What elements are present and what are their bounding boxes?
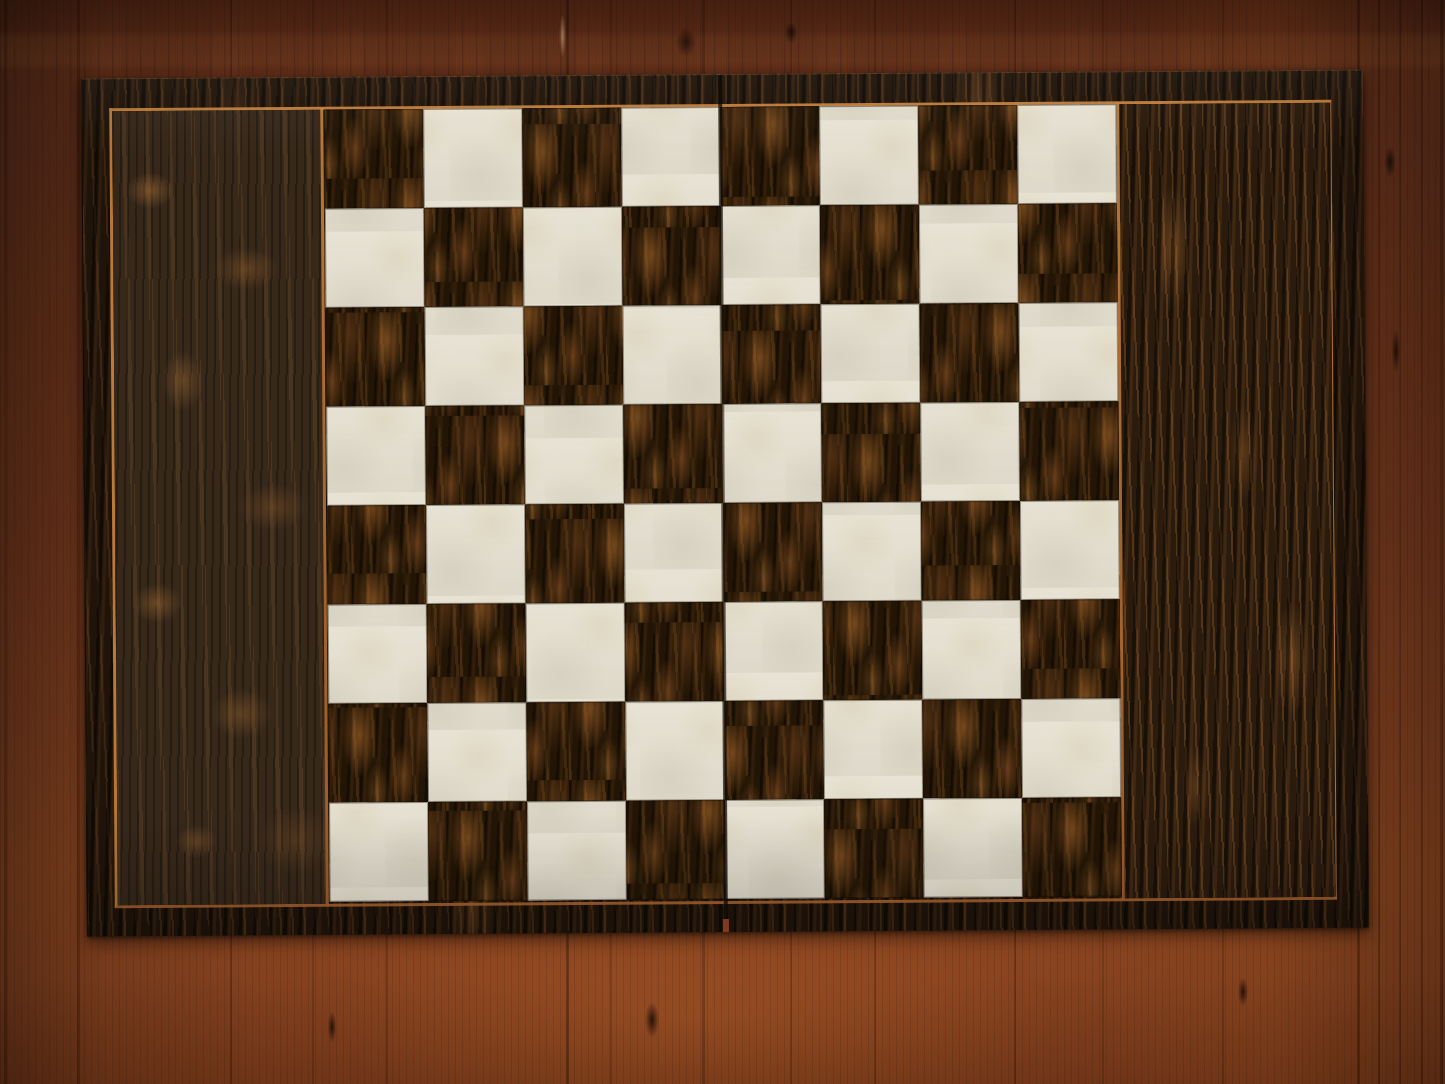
- board-square[interactable]: [327, 505, 427, 605]
- board-square[interactable]: [923, 798, 1023, 898]
- chessboard: [81, 70, 1369, 937]
- board-square[interactable]: [1020, 500, 1120, 600]
- table-plank-seam: [1378, 0, 1380, 1084]
- board-square[interactable]: [328, 703, 428, 803]
- left-side-panel: [112, 110, 326, 905]
- board-square[interactable]: [823, 700, 923, 800]
- board-square[interactable]: [821, 403, 921, 503]
- board-square[interactable]: [921, 501, 1021, 601]
- board-square[interactable]: [526, 702, 626, 802]
- board-square[interactable]: [427, 702, 527, 802]
- board-square[interactable]: [624, 503, 724, 603]
- wood-knot: [1390, 320, 1402, 382]
- hinge-gap-notch: [723, 919, 729, 932]
- board-square[interactable]: [623, 404, 723, 504]
- board-square[interactable]: [325, 208, 425, 308]
- board-square[interactable]: [523, 207, 623, 307]
- board-square[interactable]: [1022, 797, 1122, 897]
- board-square[interactable]: [527, 801, 627, 901]
- wood-knot: [642, 995, 662, 1045]
- board-square[interactable]: [922, 600, 1022, 700]
- board-square[interactable]: [1017, 104, 1117, 204]
- board-square[interactable]: [425, 306, 525, 406]
- board-square[interactable]: [324, 109, 424, 209]
- board-square[interactable]: [623, 305, 723, 405]
- board-square[interactable]: [326, 307, 426, 407]
- table-plank-seam: [77, 0, 80, 1084]
- board-square[interactable]: [625, 602, 725, 702]
- table-plank-seam: [1399, 0, 1401, 1084]
- board-square[interactable]: [1021, 698, 1121, 798]
- board-square[interactable]: [621, 107, 721, 207]
- board-square[interactable]: [427, 603, 527, 703]
- board-square[interactable]: [724, 601, 824, 701]
- board-square[interactable]: [920, 303, 1020, 403]
- board-square[interactable]: [526, 603, 626, 703]
- board-square[interactable]: [1018, 203, 1118, 303]
- board-square[interactable]: [625, 701, 725, 801]
- board-square[interactable]: [326, 406, 426, 506]
- board-square[interactable]: [822, 502, 922, 602]
- wood-scratch: [558, 6, 567, 66]
- board-square[interactable]: [522, 108, 622, 208]
- board-square[interactable]: [922, 699, 1022, 799]
- board-square[interactable]: [328, 604, 428, 704]
- wood-knot: [326, 1005, 338, 1049]
- table-plank-seam: [1440, 0, 1443, 1084]
- board-square[interactable]: [622, 206, 722, 306]
- board-square[interactable]: [428, 801, 528, 901]
- wood-knot: [1382, 140, 1398, 184]
- board-square[interactable]: [524, 306, 624, 406]
- board-square[interactable]: [424, 207, 524, 307]
- wood-knot: [1236, 972, 1250, 1012]
- board-square[interactable]: [725, 799, 825, 899]
- board-square[interactable]: [722, 304, 822, 404]
- board-square[interactable]: [823, 601, 923, 701]
- board-square[interactable]: [1019, 302, 1119, 402]
- board-square[interactable]: [425, 405, 525, 505]
- board-square[interactable]: [721, 205, 821, 305]
- board-square[interactable]: [1021, 599, 1121, 699]
- board-square[interactable]: [524, 405, 624, 505]
- board-square[interactable]: [920, 402, 1020, 502]
- board-square[interactable]: [820, 205, 920, 305]
- board-square[interactable]: [423, 108, 523, 208]
- board-square[interactable]: [525, 504, 625, 604]
- board-square[interactable]: [723, 502, 823, 602]
- wood-knot: [782, 18, 800, 48]
- board-square[interactable]: [720, 106, 820, 206]
- board-square[interactable]: [821, 304, 921, 404]
- board-square[interactable]: [918, 105, 1018, 205]
- board-square[interactable]: [724, 700, 824, 800]
- board-square[interactable]: [722, 403, 822, 503]
- board-square[interactable]: [626, 800, 726, 900]
- board-square[interactable]: [426, 504, 526, 604]
- board-square[interactable]: [329, 802, 429, 902]
- board-square[interactable]: [919, 204, 1019, 304]
- table-plank-seam: [1421, 0, 1423, 1084]
- board-square[interactable]: [819, 106, 919, 206]
- wood-knot: [672, 22, 700, 62]
- board-square[interactable]: [824, 799, 924, 899]
- right-side-panel: [1119, 103, 1336, 898]
- table-plank-seam: [4, 0, 7, 1084]
- board-square[interactable]: [1019, 401, 1119, 501]
